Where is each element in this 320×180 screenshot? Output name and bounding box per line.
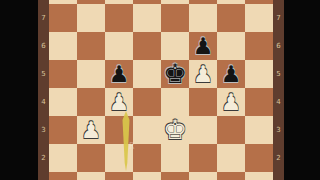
square-c5[interactable]: ♟ xyxy=(105,60,133,88)
rank-label-2: 2 xyxy=(38,154,49,162)
square-c1[interactable] xyxy=(105,172,133,180)
square-g1[interactable] xyxy=(217,172,245,180)
square-g5[interactable]: ♟ xyxy=(217,60,245,88)
white-pawn[interactable]: ♟ xyxy=(109,88,130,116)
square-h4[interactable] xyxy=(245,88,273,116)
square-b5[interactable] xyxy=(77,60,105,88)
rank-label-4: 4 xyxy=(38,98,49,106)
square-b3[interactable]: ♟ xyxy=(77,116,105,144)
square-g4[interactable]: ♟ xyxy=(217,88,245,116)
square-d3[interactable] xyxy=(133,116,161,144)
white-pawn[interactable]: ♟ xyxy=(221,88,242,116)
right-black-bar xyxy=(284,0,320,180)
square-a1[interactable] xyxy=(49,172,77,180)
square-b6[interactable] xyxy=(77,32,105,60)
rank-label-5: 5 xyxy=(38,70,49,78)
square-d1[interactable] xyxy=(133,172,161,180)
square-h1[interactable] xyxy=(245,172,273,180)
rank-label-7: 7 xyxy=(38,14,49,22)
square-e1[interactable] xyxy=(161,172,189,180)
square-d5[interactable] xyxy=(133,60,161,88)
square-a6[interactable] xyxy=(49,32,77,60)
square-f6[interactable]: ♟ xyxy=(189,32,217,60)
white-pawn[interactable]: ♟ xyxy=(81,116,102,144)
square-f7[interactable] xyxy=(189,4,217,32)
square-e5[interactable]: ♚ xyxy=(161,60,189,88)
square-a3[interactable] xyxy=(49,116,77,144)
square-f1[interactable] xyxy=(189,172,217,180)
square-e2[interactable] xyxy=(161,144,189,172)
square-c7[interactable] xyxy=(105,4,133,32)
white-pawn[interactable]: ♟ xyxy=(193,60,214,88)
rank-label-7: 7 xyxy=(273,14,284,22)
square-f2[interactable] xyxy=(189,144,217,172)
square-d2[interactable] xyxy=(133,144,161,172)
rank-label-6: 6 xyxy=(273,42,284,50)
rank-label-2: 2 xyxy=(273,154,284,162)
square-g2[interactable] xyxy=(217,144,245,172)
square-e6[interactable] xyxy=(161,32,189,60)
square-c3[interactable] xyxy=(105,116,133,144)
rank-label-3: 3 xyxy=(38,126,49,134)
black-king[interactable]: ♚ xyxy=(163,60,187,88)
square-b4[interactable] xyxy=(77,88,105,116)
square-b2[interactable] xyxy=(77,144,105,172)
square-e3[interactable]: ♚ xyxy=(161,116,189,144)
square-g7[interactable] xyxy=(217,4,245,32)
square-f4[interactable] xyxy=(189,88,217,116)
square-a2[interactable] xyxy=(49,144,77,172)
square-b7[interactable] xyxy=(77,4,105,32)
square-c6[interactable] xyxy=(105,32,133,60)
square-c2[interactable] xyxy=(105,144,133,172)
rank-label-3: 3 xyxy=(273,126,284,134)
square-e7[interactable] xyxy=(161,4,189,32)
rank-label-strip-left: 765432 xyxy=(38,0,49,180)
rank-label-6: 6 xyxy=(38,42,49,50)
square-a5[interactable] xyxy=(49,60,77,88)
square-a7[interactable] xyxy=(49,4,77,32)
square-h3[interactable] xyxy=(245,116,273,144)
square-d4[interactable] xyxy=(133,88,161,116)
square-f5[interactable]: ♟ xyxy=(189,60,217,88)
black-pawn[interactable]: ♟ xyxy=(109,60,130,88)
square-h7[interactable] xyxy=(245,4,273,32)
square-d6[interactable] xyxy=(133,32,161,60)
square-a4[interactable] xyxy=(49,88,77,116)
rank-label-4: 4 xyxy=(273,98,284,106)
square-b1[interactable] xyxy=(77,172,105,180)
black-pawn[interactable]: ♟ xyxy=(221,60,242,88)
left-black-bar xyxy=(0,0,38,180)
square-h6[interactable] xyxy=(245,32,273,60)
chess-board[interactable]: ♟♟♚♟♟♟♟♟♚ xyxy=(49,0,273,180)
rank-label-5: 5 xyxy=(273,70,284,78)
square-c4[interactable]: ♟ xyxy=(105,88,133,116)
square-h5[interactable] xyxy=(245,60,273,88)
square-h2[interactable] xyxy=(245,144,273,172)
black-pawn[interactable]: ♟ xyxy=(193,32,214,60)
rank-label-strip-right: 765432 xyxy=(273,0,284,180)
square-f3[interactable] xyxy=(189,116,217,144)
square-e4[interactable] xyxy=(161,88,189,116)
square-g6[interactable] xyxy=(217,32,245,60)
white-king[interactable]: ♚ xyxy=(163,116,187,144)
square-g3[interactable] xyxy=(217,116,245,144)
square-d7[interactable] xyxy=(133,4,161,32)
